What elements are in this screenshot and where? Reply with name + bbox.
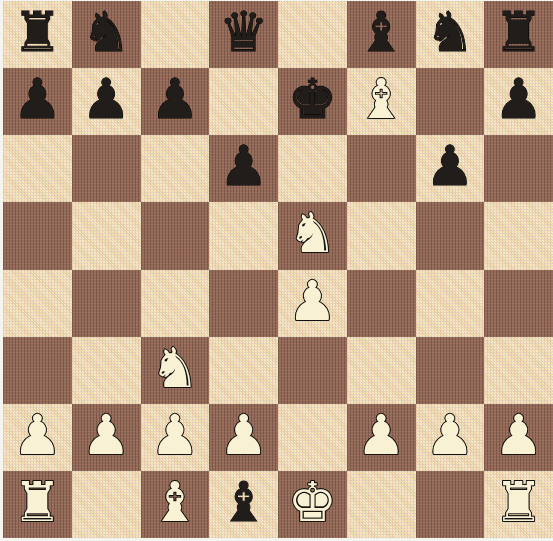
square-d7[interactable] (209, 68, 278, 135)
square-e1[interactable]: ♚ (278, 471, 347, 538)
square-g4[interactable] (416, 270, 485, 337)
square-e2[interactable] (278, 404, 347, 471)
square-a2[interactable]: ♟ (3, 404, 72, 471)
square-e8[interactable] (278, 1, 347, 68)
square-c7[interactable]: ♟ (141, 68, 210, 135)
square-a1[interactable]: ♜ (3, 471, 72, 538)
piece-white-pawn[interactable]: ♟ (494, 408, 543, 463)
piece-black-pawn[interactable]: ♟ (81, 72, 130, 127)
square-d6[interactable]: ♟ (209, 135, 278, 202)
square-b1[interactable] (72, 471, 141, 538)
square-g3[interactable] (416, 337, 485, 404)
square-c3[interactable]: ♞ (141, 337, 210, 404)
piece-black-pawn[interactable]: ♟ (219, 139, 268, 194)
piece-white-pawn[interactable]: ♟ (81, 408, 130, 463)
piece-black-pawn[interactable]: ♟ (494, 72, 543, 127)
square-a6[interactable] (3, 135, 72, 202)
square-f6[interactable] (347, 135, 416, 202)
square-e3[interactable] (278, 337, 347, 404)
piece-white-pawn[interactable]: ♟ (150, 408, 199, 463)
square-c8[interactable] (141, 1, 210, 68)
square-a8[interactable]: ♜ (3, 1, 72, 68)
piece-white-pawn[interactable]: ♟ (219, 408, 268, 463)
square-g2[interactable]: ♟ (416, 404, 485, 471)
chess-app-screenshot: { "game": "chess", "position": { "fen": … (0, 0, 553, 541)
square-g5[interactable] (416, 202, 485, 269)
piece-white-rook[interactable]: ♜ (13, 475, 62, 530)
piece-white-king[interactable]: ♚ (288, 475, 337, 530)
piece-black-knight[interactable]: ♞ (425, 5, 474, 60)
square-g8[interactable]: ♞ (416, 1, 485, 68)
square-a3[interactable] (3, 337, 72, 404)
piece-black-pawn[interactable]: ♟ (150, 72, 199, 127)
square-e6[interactable] (278, 135, 347, 202)
square-d5[interactable] (209, 202, 278, 269)
square-a4[interactable] (3, 270, 72, 337)
square-g1[interactable] (416, 471, 485, 538)
piece-black-king[interactable]: ♚ (288, 72, 337, 127)
square-d4[interactable] (209, 270, 278, 337)
square-b5[interactable] (72, 202, 141, 269)
square-f7[interactable]: ♝ (347, 68, 416, 135)
square-d3[interactable] (209, 337, 278, 404)
square-h6[interactable] (484, 135, 553, 202)
square-h8[interactable]: ♜ (484, 1, 553, 68)
square-h7[interactable]: ♟ (484, 68, 553, 135)
square-e5[interactable]: ♞ (278, 202, 347, 269)
square-a5[interactable] (3, 202, 72, 269)
square-h4[interactable] (484, 270, 553, 337)
square-f5[interactable] (347, 202, 416, 269)
piece-black-queen[interactable]: ♛ (219, 5, 268, 60)
square-d1[interactable]: ♝ (209, 471, 278, 538)
square-f8[interactable]: ♝ (347, 1, 416, 68)
square-b7[interactable]: ♟ (72, 68, 141, 135)
square-c5[interactable] (141, 202, 210, 269)
piece-white-rook[interactable]: ♜ (494, 475, 543, 530)
piece-black-pawn[interactable]: ♟ (425, 139, 474, 194)
piece-black-bishop[interactable]: ♝ (219, 475, 268, 530)
square-f2[interactable]: ♟ (347, 404, 416, 471)
square-h5[interactable] (484, 202, 553, 269)
piece-white-pawn[interactable]: ♟ (13, 408, 62, 463)
piece-white-bishop[interactable]: ♝ (356, 72, 405, 127)
square-f4[interactable] (347, 270, 416, 337)
square-b6[interactable] (72, 135, 141, 202)
square-c6[interactable] (141, 135, 210, 202)
square-b4[interactable] (72, 270, 141, 337)
square-c2[interactable]: ♟ (141, 404, 210, 471)
square-d8[interactable]: ♛ (209, 1, 278, 68)
square-c1[interactable]: ♝ (141, 471, 210, 538)
square-g6[interactable]: ♟ (416, 135, 485, 202)
piece-white-pawn[interactable]: ♟ (356, 408, 405, 463)
square-e4[interactable]: ♟ (278, 270, 347, 337)
piece-white-knight[interactable]: ♞ (288, 206, 337, 261)
square-f3[interactable] (347, 337, 416, 404)
square-e7[interactable]: ♚ (278, 68, 347, 135)
square-b3[interactable] (72, 337, 141, 404)
square-g7[interactable] (416, 68, 485, 135)
square-h3[interactable] (484, 337, 553, 404)
piece-black-rook[interactable]: ♜ (13, 5, 62, 60)
piece-black-bishop[interactable]: ♝ (356, 5, 405, 60)
square-c4[interactable] (141, 270, 210, 337)
piece-black-rook[interactable]: ♜ (494, 5, 543, 60)
square-b2[interactable]: ♟ (72, 404, 141, 471)
chess-board: ♜♞♛♝♞♜♟♟♟♚♝♟♟♟♞♟♞♟♟♟♟♟♟♟♜♝♝♚♜ (3, 1, 553, 538)
piece-black-knight[interactable]: ♞ (81, 5, 130, 60)
piece-black-pawn[interactable]: ♟ (13, 72, 62, 127)
piece-white-knight[interactable]: ♞ (150, 341, 199, 396)
square-f1[interactable] (347, 471, 416, 538)
piece-white-pawn[interactable]: ♟ (425, 408, 474, 463)
square-h1[interactable]: ♜ (484, 471, 553, 538)
square-d2[interactable]: ♟ (209, 404, 278, 471)
square-a7[interactable]: ♟ (3, 68, 72, 135)
square-b8[interactable]: ♞ (72, 1, 141, 68)
piece-white-bishop[interactable]: ♝ (150, 475, 199, 530)
square-h2[interactable]: ♟ (484, 404, 553, 471)
piece-white-pawn[interactable]: ♟ (288, 274, 337, 329)
